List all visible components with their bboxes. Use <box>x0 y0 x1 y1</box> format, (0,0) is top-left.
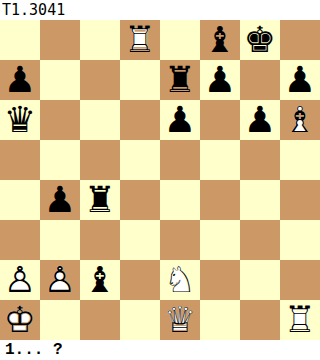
piece-black-pawn-icon: ♟ <box>240 100 280 140</box>
square-h5[interactable] <box>280 140 320 180</box>
piece-black-bishop-icon: ♝ <box>200 20 240 60</box>
square-g8[interactable]: ♚ <box>240 20 280 60</box>
square-c4[interactable]: ♜ <box>80 180 120 220</box>
square-c1[interactable] <box>80 300 120 340</box>
piece-white-pawn-fill-icon: ♟ <box>0 260 40 300</box>
square-f7[interactable]: ♟ <box>200 60 240 100</box>
square-a3[interactable] <box>0 220 40 260</box>
square-g6[interactable]: ♟ <box>240 100 280 140</box>
square-c5[interactable] <box>80 140 120 180</box>
piece-black-queen-icon: ♛ <box>0 100 40 140</box>
square-g4[interactable] <box>240 180 280 220</box>
piece-black-bishop-icon: ♝ <box>80 260 120 300</box>
square-f6[interactable] <box>200 100 240 140</box>
piece-white-rook-fill-icon: ♜ <box>120 20 160 60</box>
piece-white-pawn-icon: ♙ <box>0 260 40 300</box>
piece-white-rook-fill-icon: ♜ <box>280 300 320 340</box>
square-d5[interactable] <box>120 140 160 180</box>
piece-white-pawn-icon: ♙ <box>40 260 80 300</box>
chess-board: ♜♖♝♚♟♜♟♟♛♟♟♝♗♟♜♟♙♟♙♝♞♘♚♔♛♕♜♖ <box>0 20 320 340</box>
piece-black-pawn-icon: ♟ <box>200 60 240 100</box>
square-a4[interactable] <box>0 180 40 220</box>
square-h3[interactable] <box>280 220 320 260</box>
square-g1[interactable] <box>240 300 280 340</box>
square-f3[interactable] <box>200 220 240 260</box>
square-b3[interactable] <box>40 220 80 260</box>
square-f1[interactable] <box>200 300 240 340</box>
chess-puzzle-page: T1.3041 ♜♖♝♚♟♜♟♟♛♟♟♝♗♟♜♟♙♟♙♝♞♘♚♔♛♕♜♖ 1..… <box>0 0 320 360</box>
square-g2[interactable] <box>240 260 280 300</box>
square-d3[interactable] <box>120 220 160 260</box>
square-b2[interactable]: ♟♙ <box>40 260 80 300</box>
piece-white-queen-icon: ♕ <box>160 300 200 340</box>
piece-white-rook-icon: ♖ <box>120 20 160 60</box>
piece-black-rook-icon: ♜ <box>80 180 120 220</box>
square-b8[interactable] <box>40 20 80 60</box>
square-e8[interactable] <box>160 20 200 60</box>
square-h7[interactable]: ♟ <box>280 60 320 100</box>
square-h1[interactable]: ♜♖ <box>280 300 320 340</box>
piece-black-pawn-icon: ♟ <box>40 180 80 220</box>
square-a1[interactable]: ♚♔ <box>0 300 40 340</box>
puzzle-title: T1.3041 <box>0 0 320 20</box>
square-c3[interactable] <box>80 220 120 260</box>
square-f2[interactable] <box>200 260 240 300</box>
square-a6[interactable]: ♛ <box>0 100 40 140</box>
square-e7[interactable]: ♜ <box>160 60 200 100</box>
square-b1[interactable] <box>40 300 80 340</box>
square-c8[interactable] <box>80 20 120 60</box>
square-h8[interactable] <box>280 20 320 60</box>
piece-white-knight-icon: ♘ <box>160 260 200 300</box>
piece-black-pawn-icon: ♟ <box>0 60 40 100</box>
piece-white-knight-fill-icon: ♞ <box>160 260 200 300</box>
square-e5[interactable] <box>160 140 200 180</box>
square-d1[interactable] <box>120 300 160 340</box>
square-d8[interactable]: ♜♖ <box>120 20 160 60</box>
square-e2[interactable]: ♞♘ <box>160 260 200 300</box>
piece-white-rook-icon: ♖ <box>280 300 320 340</box>
square-d2[interactable] <box>120 260 160 300</box>
square-c2[interactable]: ♝ <box>80 260 120 300</box>
square-a7[interactable]: ♟ <box>0 60 40 100</box>
piece-black-pawn-icon: ♟ <box>280 60 320 100</box>
square-b5[interactable] <box>40 140 80 180</box>
piece-black-pawn-icon: ♟ <box>160 100 200 140</box>
piece-black-rook-icon: ♜ <box>160 60 200 100</box>
square-g5[interactable] <box>240 140 280 180</box>
piece-white-king-icon: ♔ <box>0 300 40 340</box>
piece-white-bishop-icon: ♗ <box>280 100 320 140</box>
square-b6[interactable] <box>40 100 80 140</box>
square-f8[interactable]: ♝ <box>200 20 240 60</box>
square-h4[interactable] <box>280 180 320 220</box>
square-f4[interactable] <box>200 180 240 220</box>
square-h6[interactable]: ♝♗ <box>280 100 320 140</box>
square-e6[interactable]: ♟ <box>160 100 200 140</box>
square-g7[interactable] <box>240 60 280 100</box>
square-e4[interactable] <box>160 180 200 220</box>
piece-white-queen-fill-icon: ♛ <box>160 300 200 340</box>
square-e1[interactable]: ♛♕ <box>160 300 200 340</box>
square-d6[interactable] <box>120 100 160 140</box>
piece-black-king-icon: ♚ <box>240 20 280 60</box>
square-d7[interactable] <box>120 60 160 100</box>
square-h2[interactable] <box>280 260 320 300</box>
move-prompt: 1... ? <box>0 340 320 360</box>
square-f5[interactable] <box>200 140 240 180</box>
piece-white-pawn-fill-icon: ♟ <box>40 260 80 300</box>
square-c7[interactable] <box>80 60 120 100</box>
square-d4[interactable] <box>120 180 160 220</box>
square-a8[interactable] <box>0 20 40 60</box>
square-b4[interactable]: ♟ <box>40 180 80 220</box>
square-a5[interactable] <box>0 140 40 180</box>
square-c6[interactable] <box>80 100 120 140</box>
piece-white-king-fill-icon: ♚ <box>0 300 40 340</box>
square-b7[interactable] <box>40 60 80 100</box>
piece-white-bishop-fill-icon: ♝ <box>280 100 320 140</box>
square-g3[interactable] <box>240 220 280 260</box>
square-a2[interactable]: ♟♙ <box>0 260 40 300</box>
square-e3[interactable] <box>160 220 200 260</box>
